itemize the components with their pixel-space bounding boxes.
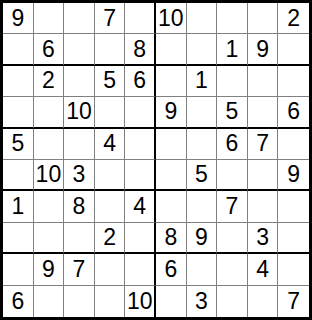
cell-r4-c9-empty[interactable] — [248, 97, 279, 128]
cell-r3-c4-given[interactable]: 5 — [95, 66, 126, 97]
cell-r1-c9-empty[interactable] — [248, 3, 279, 34]
cell-r4-c3-given[interactable]: 10 — [64, 97, 95, 128]
cell-r6-c3-given[interactable]: 3 — [64, 160, 95, 191]
cell-r7-c1-given[interactable]: 1 — [3, 191, 34, 222]
cell-r6-c6-empty[interactable] — [156, 160, 187, 191]
cell-r5-c1-given[interactable]: 5 — [3, 129, 34, 160]
cell-r5-c8-given[interactable]: 6 — [217, 129, 248, 160]
cell-r1-c4-given[interactable]: 7 — [95, 3, 126, 34]
cell-r2-c3-empty[interactable] — [64, 34, 95, 65]
cell-r8-c2-empty[interactable] — [34, 223, 65, 254]
cell-r2-c10-empty[interactable] — [278, 34, 309, 65]
cell-r10-c5-given[interactable]: 10 — [125, 286, 156, 317]
cell-r6-c8-empty[interactable] — [217, 160, 248, 191]
cell-r9-c1-empty[interactable] — [3, 254, 34, 285]
cell-r9-c2-given[interactable]: 9 — [34, 254, 65, 285]
cell-r10-c8-empty[interactable] — [217, 286, 248, 317]
cell-r5-c10-empty[interactable] — [278, 129, 309, 160]
cell-r3-c1-empty[interactable] — [3, 66, 34, 97]
cell-r8-c6-given[interactable]: 8 — [156, 223, 187, 254]
cell-r1-c5-empty[interactable] — [125, 3, 156, 34]
cell-r8-c8-empty[interactable] — [217, 223, 248, 254]
cell-r6-c1-empty[interactable] — [3, 160, 34, 191]
cell-r10-c6-empty[interactable] — [156, 286, 187, 317]
cell-r1-c10-given[interactable]: 2 — [278, 3, 309, 34]
cell-r9-c6-given[interactable]: 6 — [156, 254, 187, 285]
cell-r9-c9-given[interactable]: 4 — [248, 254, 279, 285]
cell-r3-c2-given[interactable]: 2 — [34, 66, 65, 97]
cell-r6-c2-given[interactable]: 10 — [34, 160, 65, 191]
cell-r3-c9-empty[interactable] — [248, 66, 279, 97]
cell-r4-c2-empty[interactable] — [34, 97, 65, 128]
cell-r2-c2-given[interactable]: 6 — [34, 34, 65, 65]
cell-r7-c7-empty[interactable] — [187, 191, 218, 222]
cell-r1-c6-given[interactable]: 10 — [156, 3, 187, 34]
cell-r4-c7-empty[interactable] — [187, 97, 218, 128]
sudoku-board: 9710268192561109565467103591847289397646… — [0, 0, 312, 320]
cell-r8-c3-empty[interactable] — [64, 223, 95, 254]
cell-r8-c7-given[interactable]: 9 — [187, 223, 218, 254]
cell-r5-c5-empty[interactable] — [125, 129, 156, 160]
cell-r1-c1-given[interactable]: 9 — [3, 3, 34, 34]
cell-r3-c6-empty[interactable] — [156, 66, 187, 97]
cell-r7-c2-empty[interactable] — [34, 191, 65, 222]
cell-r1-c3-empty[interactable] — [64, 3, 95, 34]
cell-r5-c3-empty[interactable] — [64, 129, 95, 160]
cell-r8-c1-empty[interactable] — [3, 223, 34, 254]
cell-r2-c5-given[interactable]: 8 — [125, 34, 156, 65]
cell-r1-c8-empty[interactable] — [217, 3, 248, 34]
cell-r10-c1-given[interactable]: 6 — [3, 286, 34, 317]
cell-r9-c8-empty[interactable] — [217, 254, 248, 285]
cell-r10-c2-empty[interactable] — [34, 286, 65, 317]
cell-r7-c8-given[interactable]: 7 — [217, 191, 248, 222]
cell-r6-c4-empty[interactable] — [95, 160, 126, 191]
cell-r1-c2-empty[interactable] — [34, 3, 65, 34]
cell-r10-c10-given[interactable]: 7 — [278, 286, 309, 317]
cell-r7-c4-empty[interactable] — [95, 191, 126, 222]
cell-r3-c5-given[interactable]: 6 — [125, 66, 156, 97]
cell-r10-c3-empty[interactable] — [64, 286, 95, 317]
cell-r6-c5-empty[interactable] — [125, 160, 156, 191]
cell-r3-c10-empty[interactable] — [278, 66, 309, 97]
cell-r2-c6-empty[interactable] — [156, 34, 187, 65]
cell-r5-c6-empty[interactable] — [156, 129, 187, 160]
cell-r3-c8-empty[interactable] — [217, 66, 248, 97]
cell-r9-c3-given[interactable]: 7 — [64, 254, 95, 285]
cell-r5-c4-given[interactable]: 4 — [95, 129, 126, 160]
cell-r3-c3-empty[interactable] — [64, 66, 95, 97]
cell-r7-c3-given[interactable]: 8 — [64, 191, 95, 222]
cell-r5-c2-empty[interactable] — [34, 129, 65, 160]
cell-r5-c7-empty[interactable] — [187, 129, 218, 160]
cell-r4-c5-empty[interactable] — [125, 97, 156, 128]
cell-r10-c7-given[interactable]: 3 — [187, 286, 218, 317]
cell-r2-c4-empty[interactable] — [95, 34, 126, 65]
cell-r4-c4-empty[interactable] — [95, 97, 126, 128]
cell-r2-c8-given[interactable]: 1 — [217, 34, 248, 65]
cell-r8-c10-empty[interactable] — [278, 223, 309, 254]
cell-r1-c7-empty[interactable] — [187, 3, 218, 34]
cell-r7-c6-empty[interactable] — [156, 191, 187, 222]
cell-r4-c6-given[interactable]: 9 — [156, 97, 187, 128]
cell-r8-c4-given[interactable]: 2 — [95, 223, 126, 254]
cell-r4-c8-given[interactable]: 5 — [217, 97, 248, 128]
cell-r6-c9-empty[interactable] — [248, 160, 279, 191]
cell-r7-c5-given[interactable]: 4 — [125, 191, 156, 222]
cell-r9-c7-empty[interactable] — [187, 254, 218, 285]
cell-r8-c5-empty[interactable] — [125, 223, 156, 254]
cell-r10-c4-empty[interactable] — [95, 286, 126, 317]
cell-r4-c10-given[interactable]: 6 — [278, 97, 309, 128]
cell-r9-c5-empty[interactable] — [125, 254, 156, 285]
cell-r2-c1-empty[interactable] — [3, 34, 34, 65]
cell-r9-c4-empty[interactable] — [95, 254, 126, 285]
cell-r3-c7-given[interactable]: 1 — [187, 66, 218, 97]
cell-r2-c9-given[interactable]: 9 — [248, 34, 279, 65]
cell-r6-c7-given[interactable]: 5 — [187, 160, 218, 191]
cell-r9-c10-empty[interactable] — [278, 254, 309, 285]
cell-r7-c10-empty[interactable] — [278, 191, 309, 222]
cell-r7-c9-empty[interactable] — [248, 191, 279, 222]
cell-r4-c1-empty[interactable] — [3, 97, 34, 128]
cell-r8-c9-given[interactable]: 3 — [248, 223, 279, 254]
cell-r10-c9-empty[interactable] — [248, 286, 279, 317]
cell-r2-c7-empty[interactable] — [187, 34, 218, 65]
cell-r5-c9-given[interactable]: 7 — [248, 129, 279, 160]
cell-r6-c10-given[interactable]: 9 — [278, 160, 309, 191]
